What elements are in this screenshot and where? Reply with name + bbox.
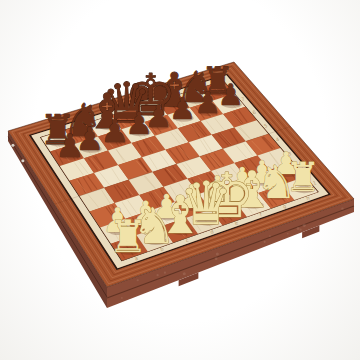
chessboard: abcdefgh12345678♜♞♝♟♚♟♟♛♟♝♟♞♟♜♟♟♟♟♟♜♞♟♝♟… (0, 0, 360, 360)
wood-speckle (216, 253, 219, 256)
wood-speckle (183, 272, 186, 275)
piece-black-pawn-d7: ♟ (125, 105, 153, 141)
wood-speckle (269, 235, 271, 237)
hinge-pin (11, 144, 14, 147)
piece-black-pawn-g7: ♟ (194, 85, 221, 120)
wood-speckle (264, 241, 266, 243)
wood-speckle (121, 297, 123, 299)
piece-black-pawn-h7: ♟ (218, 78, 244, 112)
wood-speckle (299, 229, 301, 231)
piece-black-pawn-a7: ♟ (55, 127, 84, 165)
product-photo: abcdefgh12345678♜♞♝♟♚♟♟♛♟♝♟♞♟♜♟♟♟♟♟♜♞♟♝♟… (0, 0, 360, 360)
wood-speckle (287, 233, 289, 235)
wood-speckle (215, 257, 218, 260)
wood-speckle (164, 272, 166, 274)
wood-speckle (341, 207, 343, 209)
piece-black-pawn-c7: ♟ (101, 113, 129, 149)
wood-speckle (137, 279, 139, 281)
wood-speckle (156, 274, 158, 276)
piece-white-rook-a1: ♜ (108, 211, 148, 262)
wood-speckle (297, 227, 300, 230)
wood-speckle (303, 224, 306, 227)
piece-black-pawn-f7: ♟ (169, 91, 196, 126)
hinge-pin (21, 159, 24, 162)
